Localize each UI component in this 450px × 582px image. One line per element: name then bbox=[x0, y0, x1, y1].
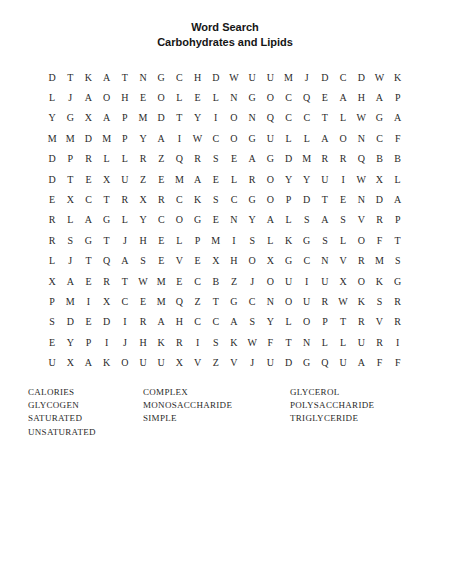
grid-cell: I bbox=[389, 332, 407, 352]
grid-cell: W bbox=[189, 128, 207, 148]
word-list-column: CALORIESGLYCOGENSATURATEDUNSATURATED bbox=[28, 386, 143, 439]
grid-cell: O bbox=[334, 128, 352, 148]
word-item: GLYCOGEN bbox=[28, 399, 143, 412]
grid-cell: G bbox=[298, 352, 316, 372]
grid-cell: N bbox=[225, 87, 243, 107]
grid-cell: A bbox=[243, 149, 261, 169]
word-item: SATURATED bbox=[28, 412, 143, 425]
grid-cell: A bbox=[79, 87, 97, 107]
grid-cell: M bbox=[298, 149, 316, 169]
grid-cell: X bbox=[370, 169, 388, 189]
grid-cell: D bbox=[279, 352, 297, 372]
grid-cell: L bbox=[116, 210, 134, 230]
grid-cell: P bbox=[116, 128, 134, 148]
grid-cell: U bbox=[298, 291, 316, 311]
grid-cell: T bbox=[79, 251, 97, 271]
grid-cell: E bbox=[225, 149, 243, 169]
grid-cell: P bbox=[389, 210, 407, 230]
grid-cell: S bbox=[316, 230, 334, 250]
grid-cell: U bbox=[243, 67, 261, 87]
grid-cell: T bbox=[61, 67, 79, 87]
grid-cell: R bbox=[116, 189, 134, 209]
grid-cell: I bbox=[225, 230, 243, 250]
grid-cell: D bbox=[352, 67, 370, 87]
grid-cell: E bbox=[334, 189, 352, 209]
grid-cell: T bbox=[207, 291, 225, 311]
grid-cell: A bbox=[116, 251, 134, 271]
word-item: COMPLEX bbox=[143, 386, 290, 399]
grid-cell: S bbox=[61, 230, 79, 250]
grid-cell: A bbox=[152, 312, 170, 332]
grid-cell: N bbox=[316, 251, 334, 271]
grid-cell: E bbox=[134, 291, 152, 311]
grid-cell: L bbox=[279, 312, 297, 332]
grid-cell: C bbox=[370, 128, 388, 148]
grid-cell: S bbox=[207, 189, 225, 209]
grid-cell: R bbox=[170, 332, 188, 352]
grid-cell: K bbox=[389, 67, 407, 87]
grid-cell: O bbox=[352, 271, 370, 291]
grid-cell: Z bbox=[134, 169, 152, 189]
grid-cell: D bbox=[98, 312, 116, 332]
grid-cell: X bbox=[207, 251, 225, 271]
grid-cell: R bbox=[316, 291, 334, 311]
word-list-column: GLYCEROLPOLYSACCHARIDETRIGLYCERIDE bbox=[290, 386, 374, 426]
grid-cell: R bbox=[352, 312, 370, 332]
grid-cell: A bbox=[98, 108, 116, 128]
grid-cell: T bbox=[279, 332, 297, 352]
grid-cell: A bbox=[98, 67, 116, 87]
grid-cell: M bbox=[370, 251, 388, 271]
grid-cell: C bbox=[225, 189, 243, 209]
grid-cell: C bbox=[298, 108, 316, 128]
grid-cell: G bbox=[243, 87, 261, 107]
grid-cell: F bbox=[389, 352, 407, 372]
grid-cell: C bbox=[116, 291, 134, 311]
grid-cell: O bbox=[225, 108, 243, 128]
grid-cell: N bbox=[298, 332, 316, 352]
grid-cell: M bbox=[279, 67, 297, 87]
grid-cell: H bbox=[170, 312, 188, 332]
grid-cell: J bbox=[298, 67, 316, 87]
grid-cell: Q bbox=[352, 149, 370, 169]
grid-cell: X bbox=[43, 271, 61, 291]
grid-cell: Y bbox=[279, 169, 297, 189]
grid-cell: L bbox=[279, 128, 297, 148]
grid-cell: D bbox=[207, 67, 225, 87]
grid-cell: F bbox=[261, 332, 279, 352]
grid-cell: G bbox=[98, 210, 116, 230]
grid-cell: G bbox=[279, 251, 297, 271]
grid-cell: A bbox=[79, 210, 97, 230]
grid-cell: L bbox=[279, 210, 297, 230]
grid-cell: W bbox=[370, 67, 388, 87]
grid-cell: Y bbox=[61, 332, 79, 352]
grid-cell: M bbox=[43, 128, 61, 148]
grid-cell: O bbox=[225, 128, 243, 148]
grid-cell: E bbox=[207, 169, 225, 189]
grid-cell: V bbox=[170, 251, 188, 271]
grid-cell: A bbox=[225, 312, 243, 332]
grid-cell: R bbox=[134, 312, 152, 332]
grid-cell: C bbox=[334, 67, 352, 87]
grid-cell: I bbox=[207, 108, 225, 128]
grid-cell: P bbox=[61, 149, 79, 169]
grid-cell: X bbox=[334, 271, 352, 291]
grid-cell: L bbox=[334, 108, 352, 128]
grid-cell: R bbox=[189, 149, 207, 169]
grid-cell: R bbox=[370, 210, 388, 230]
grid-cell: E bbox=[189, 87, 207, 107]
grid-cell: Y bbox=[298, 169, 316, 189]
grid-cell: E bbox=[134, 87, 152, 107]
grid-cell: X bbox=[61, 352, 79, 372]
grid-cell: L bbox=[43, 87, 61, 107]
grid-cell: R bbox=[316, 149, 334, 169]
grid-cell: N bbox=[352, 128, 370, 148]
grid-cell: P bbox=[279, 189, 297, 209]
grid-cell: O bbox=[116, 352, 134, 372]
grid-cell: J bbox=[243, 271, 261, 291]
grid-cell: J bbox=[116, 230, 134, 250]
grid-cell: Q bbox=[98, 251, 116, 271]
grid-cell: N bbox=[261, 291, 279, 311]
grid-cell: D bbox=[370, 189, 388, 209]
grid-cell: Y bbox=[134, 210, 152, 230]
grid-cell: U bbox=[316, 271, 334, 291]
grid-cell: S bbox=[43, 312, 61, 332]
grid-cell: I bbox=[334, 169, 352, 189]
grid-cell: S bbox=[243, 312, 261, 332]
grid-cell: K bbox=[152, 332, 170, 352]
grid-cell: K bbox=[279, 230, 297, 250]
grid-cell: M bbox=[152, 271, 170, 291]
grid-cell: N bbox=[134, 67, 152, 87]
grid-cell: C bbox=[279, 108, 297, 128]
grid-cell: Q bbox=[170, 291, 188, 311]
grid-cell: V bbox=[334, 251, 352, 271]
grid-cell: I bbox=[116, 312, 134, 332]
grid-cell: E bbox=[79, 271, 97, 291]
grid-cell: A bbox=[389, 108, 407, 128]
grid-cell: D bbox=[61, 312, 79, 332]
grid-cell: T bbox=[316, 189, 334, 209]
grid-cell: L bbox=[225, 169, 243, 189]
grid-cell: I bbox=[170, 128, 188, 148]
grid-cell: E bbox=[152, 169, 170, 189]
grid-cell: J bbox=[116, 332, 134, 352]
grid-cell: C bbox=[207, 128, 225, 148]
grid-cell: H bbox=[134, 230, 152, 250]
word-search-grid: DTKATNGCHDWUUMJDCDWKLJAOHEOLELNGOCQEAHAP… bbox=[43, 67, 407, 373]
grid-cell: R bbox=[389, 312, 407, 332]
grid-cell: T bbox=[170, 108, 188, 128]
grid-cell: W bbox=[243, 332, 261, 352]
grid-cell: R bbox=[43, 230, 61, 250]
grid-cell: R bbox=[98, 271, 116, 291]
grid-cell: O bbox=[352, 230, 370, 250]
grid-cell: O bbox=[261, 189, 279, 209]
grid-cell: E bbox=[316, 87, 334, 107]
grid-cell: M bbox=[152, 291, 170, 311]
grid-cell: P bbox=[316, 312, 334, 332]
grid-cell: W bbox=[334, 291, 352, 311]
grid-cell: M bbox=[98, 128, 116, 148]
grid-cell: R bbox=[352, 251, 370, 271]
grid-cell: O bbox=[261, 169, 279, 189]
grid-cell: U bbox=[261, 67, 279, 87]
grid-cell: X bbox=[134, 189, 152, 209]
grid-cell: O bbox=[243, 251, 261, 271]
grid-cell: O bbox=[170, 210, 188, 230]
grid-cell: J bbox=[61, 87, 79, 107]
grid-cell: A bbox=[152, 128, 170, 148]
grid-cell: G bbox=[370, 108, 388, 128]
grid-cell: P bbox=[79, 332, 97, 352]
grid-cell: X bbox=[98, 169, 116, 189]
grid-cell: T bbox=[116, 271, 134, 291]
word-item: UNSATURATED bbox=[28, 426, 143, 439]
grid-cell: V bbox=[225, 352, 243, 372]
grid-cell: O bbox=[261, 87, 279, 107]
grid-cell: L bbox=[298, 128, 316, 148]
grid-cell: A bbox=[189, 169, 207, 189]
grid-cell: Y bbox=[243, 210, 261, 230]
grid-cell: L bbox=[116, 149, 134, 169]
grid-cell: H bbox=[134, 332, 152, 352]
grid-cell: E bbox=[43, 189, 61, 209]
grid-cell: C bbox=[243, 291, 261, 311]
word-item: MONOSACCHARIDE bbox=[143, 399, 290, 412]
grid-cell: O bbox=[98, 87, 116, 107]
grid-cell: U bbox=[316, 169, 334, 189]
grid-cell: L bbox=[98, 149, 116, 169]
grid-cell: K bbox=[352, 291, 370, 311]
grid-cell: Y bbox=[134, 128, 152, 148]
grid-cell: S bbox=[207, 149, 225, 169]
grid-cell: P bbox=[116, 108, 134, 128]
grid-cell: K bbox=[370, 271, 388, 291]
grid-cell: E bbox=[189, 251, 207, 271]
grid-cell: E bbox=[207, 210, 225, 230]
grid-cell: C bbox=[152, 210, 170, 230]
grid-cell: U bbox=[261, 128, 279, 148]
grid-cell: Z bbox=[152, 149, 170, 169]
grid-cell: L bbox=[170, 87, 188, 107]
grid-cell: E bbox=[152, 230, 170, 250]
grid-cell: P bbox=[189, 230, 207, 250]
grid-cell: D bbox=[152, 108, 170, 128]
grid-cell: B bbox=[389, 149, 407, 169]
grid-cell: Q bbox=[298, 87, 316, 107]
grid-cell: X bbox=[170, 352, 188, 372]
grid-cell: G bbox=[152, 67, 170, 87]
grid-cell: M bbox=[207, 230, 225, 250]
grid-cell: U bbox=[352, 332, 370, 352]
grid-cell: H bbox=[352, 87, 370, 107]
grid-cell: K bbox=[189, 189, 207, 209]
grid-cell: G bbox=[389, 271, 407, 291]
grid-cell: G bbox=[225, 291, 243, 311]
grid-cell: O bbox=[261, 271, 279, 291]
grid-cell: Z bbox=[189, 291, 207, 311]
grid-cell: W bbox=[352, 169, 370, 189]
grid-cell: H bbox=[116, 87, 134, 107]
grid-cell: O bbox=[152, 87, 170, 107]
grid-cell: M bbox=[61, 291, 79, 311]
grid-cell: V bbox=[370, 312, 388, 332]
page-title: Word Search bbox=[0, 20, 450, 35]
grid-cell: L bbox=[389, 169, 407, 189]
grid-cell: M bbox=[170, 169, 188, 189]
grid-cell: F bbox=[370, 230, 388, 250]
grid-cell: L bbox=[170, 230, 188, 250]
grid-cell: L bbox=[61, 210, 79, 230]
grid-cell: I bbox=[298, 271, 316, 291]
grid-cell: U bbox=[334, 352, 352, 372]
grid-cell: I bbox=[189, 332, 207, 352]
grid-cell: K bbox=[79, 67, 97, 87]
grid-cell: A bbox=[61, 271, 79, 291]
grid-cell: S bbox=[370, 291, 388, 311]
grid-cell: W bbox=[134, 271, 152, 291]
grid-cell: T bbox=[98, 230, 116, 250]
grid-cell: B bbox=[207, 271, 225, 291]
grid-cell: A bbox=[261, 210, 279, 230]
grid-cell: H bbox=[189, 67, 207, 87]
grid-cell: K bbox=[98, 352, 116, 372]
grid-cell: G bbox=[61, 108, 79, 128]
grid-cell: Q bbox=[170, 149, 188, 169]
grid-cell: N bbox=[225, 210, 243, 230]
grid-cell: A bbox=[352, 352, 370, 372]
word-item: GLYCEROL bbox=[290, 386, 374, 399]
grid-cell: V bbox=[352, 210, 370, 230]
grid-cell: R bbox=[243, 169, 261, 189]
word-item: POLYSACCHARIDE bbox=[290, 399, 374, 412]
grid-cell: T bbox=[316, 108, 334, 128]
grid-cell: S bbox=[298, 210, 316, 230]
grid-cell: T bbox=[116, 67, 134, 87]
grid-cell: I bbox=[79, 291, 97, 311]
grid-cell: R bbox=[152, 189, 170, 209]
grid-cell: C bbox=[279, 87, 297, 107]
grid-cell: G bbox=[243, 128, 261, 148]
grid-cell: B bbox=[370, 149, 388, 169]
grid-cell: C bbox=[79, 189, 97, 209]
grid-cell: I bbox=[98, 332, 116, 352]
word-item: SIMPLE bbox=[143, 412, 290, 425]
grid-cell: G bbox=[243, 189, 261, 209]
grid-cell: G bbox=[79, 230, 97, 250]
grid-cell: O bbox=[298, 312, 316, 332]
grid-cell: A bbox=[316, 128, 334, 148]
grid-cell: R bbox=[389, 291, 407, 311]
grid-cell: C bbox=[189, 271, 207, 291]
grid-cell: T bbox=[61, 169, 79, 189]
grid-cell: G bbox=[261, 149, 279, 169]
grid-cell: G bbox=[298, 230, 316, 250]
grid-cell: D bbox=[43, 67, 61, 87]
grid-cell: U bbox=[261, 352, 279, 372]
grid-cell: F bbox=[370, 352, 388, 372]
grid-cell: P bbox=[43, 291, 61, 311]
grid-cell: L bbox=[334, 230, 352, 250]
word-search-page: Word Search Carbohydrates and Lipids DTK… bbox=[0, 0, 450, 582]
grid-cell: T bbox=[98, 189, 116, 209]
word-list: CALORIESGLYCOGENSATURATEDUNSATURATEDCOMP… bbox=[28, 386, 374, 439]
grid-cell: U bbox=[43, 352, 61, 372]
grid-cell: H bbox=[225, 251, 243, 271]
grid-cell: R bbox=[134, 149, 152, 169]
grid-cell: D bbox=[298, 189, 316, 209]
grid-cell: A bbox=[370, 87, 388, 107]
grid-cell: C bbox=[189, 312, 207, 332]
grid-cell: R bbox=[43, 210, 61, 230]
grid-cell: D bbox=[79, 128, 97, 148]
grid-cell: C bbox=[298, 251, 316, 271]
grid-cell: U bbox=[152, 352, 170, 372]
grid-cell: Y bbox=[261, 312, 279, 332]
grid-cell: T bbox=[334, 312, 352, 332]
grid-cell: R bbox=[79, 149, 97, 169]
grid-cell: N bbox=[352, 189, 370, 209]
grid-cell: R bbox=[370, 332, 388, 352]
grid-cell: N bbox=[243, 108, 261, 128]
grid-cell: V bbox=[189, 352, 207, 372]
grid-cell: U bbox=[279, 271, 297, 291]
grid-cell: C bbox=[170, 189, 188, 209]
grid-cell: Q bbox=[316, 352, 334, 372]
word-item: CALORIES bbox=[28, 386, 143, 399]
grid-cell: W bbox=[225, 67, 243, 87]
grid-cell: K bbox=[225, 332, 243, 352]
grid-cell: X bbox=[261, 251, 279, 271]
grid-cell: S bbox=[389, 251, 407, 271]
grid-cell: L bbox=[43, 251, 61, 271]
grid-cell: D bbox=[43, 149, 61, 169]
grid-cell: E bbox=[170, 271, 188, 291]
grid-cell: Q bbox=[261, 108, 279, 128]
grid-cell: S bbox=[334, 210, 352, 230]
grid-cell: W bbox=[352, 108, 370, 128]
grid-cell: U bbox=[116, 169, 134, 189]
grid-cell: D bbox=[279, 149, 297, 169]
grid-cell: G bbox=[189, 210, 207, 230]
grid-cell: Z bbox=[225, 271, 243, 291]
page-subtitle: Carbohydrates and Lipids bbox=[0, 35, 450, 50]
grid-cell: M bbox=[61, 128, 79, 148]
grid-cell: A bbox=[79, 352, 97, 372]
grid-cell: X bbox=[61, 189, 79, 209]
grid-cell: J bbox=[61, 251, 79, 271]
grid-cell: P bbox=[389, 87, 407, 107]
grid-cell: U bbox=[134, 352, 152, 372]
grid-cell: D bbox=[43, 169, 61, 189]
grid-cell: L bbox=[316, 332, 334, 352]
grid-cell: L bbox=[207, 87, 225, 107]
grid-cell: R bbox=[334, 149, 352, 169]
grid-cell: Y bbox=[43, 108, 61, 128]
grid-cell: E bbox=[43, 332, 61, 352]
grid-cell: C bbox=[207, 312, 225, 332]
grid-cell: D bbox=[316, 67, 334, 87]
grid-cell: X bbox=[98, 291, 116, 311]
grid-cell: Z bbox=[207, 352, 225, 372]
grid-cell: E bbox=[152, 251, 170, 271]
grid-cell: A bbox=[316, 210, 334, 230]
grid-cell: C bbox=[170, 67, 188, 87]
